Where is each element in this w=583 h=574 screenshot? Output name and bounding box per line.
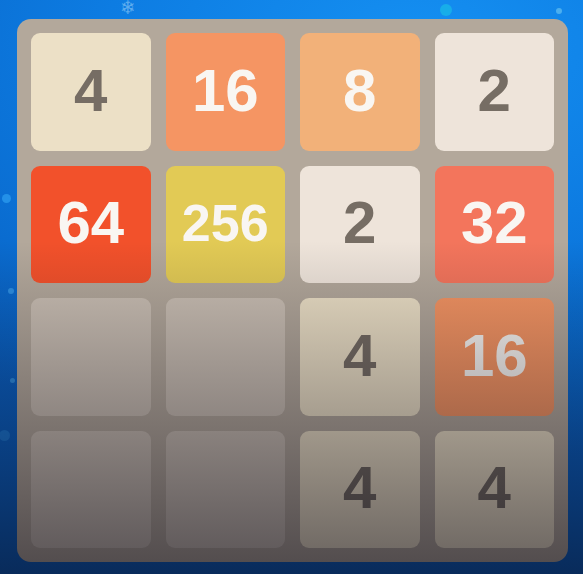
tile-value: 4 <box>478 458 511 518</box>
empty-cell-r3c1 <box>31 298 151 416</box>
tile-r2c4: 32 <box>435 166 555 284</box>
tile-value: 16 <box>192 61 259 121</box>
tile-value: 64 <box>57 193 124 253</box>
tile-value: 16 <box>461 326 528 386</box>
tile-value: 2 <box>478 61 511 121</box>
bubble-dot <box>0 430 10 441</box>
bubble-dot <box>2 194 11 203</box>
board-2048[interactable]: 416826425623241644 <box>17 19 568 562</box>
tile-r3c3: 4 <box>300 298 420 416</box>
tile-r1c3: 8 <box>300 33 420 151</box>
tile-value: 8 <box>343 61 376 121</box>
tile-value: 4 <box>74 61 107 121</box>
tile-value: 256 <box>182 197 269 249</box>
tile-r1c4: 2 <box>435 33 555 151</box>
tile-r2c3: 2 <box>300 166 420 284</box>
empty-cell-r4c2 <box>166 431 286 549</box>
bubble-dot <box>440 4 452 16</box>
tile-value: 2 <box>343 193 376 253</box>
tile-r2c1: 64 <box>31 166 151 284</box>
tile-r2c2: 256 <box>166 166 286 284</box>
tile-r3c4: 16 <box>435 298 555 416</box>
tile-r1c1: 4 <box>31 33 151 151</box>
snowflake-icon: ❄ <box>120 0 136 19</box>
bubble-dot <box>10 378 15 383</box>
tile-r1c2: 16 <box>166 33 286 151</box>
empty-cell-r3c2 <box>166 298 286 416</box>
tile-value: 32 <box>461 193 528 253</box>
bubble-dot <box>8 288 14 294</box>
tile-r4c3: 4 <box>300 431 420 549</box>
bubble-dot <box>556 8 562 14</box>
tile-value: 4 <box>343 326 376 386</box>
app-background: ❄ 416826425623241644 <box>0 0 583 574</box>
tile-r4c4: 4 <box>435 431 555 549</box>
empty-cell-r4c1 <box>31 431 151 549</box>
tile-value: 4 <box>343 458 376 518</box>
